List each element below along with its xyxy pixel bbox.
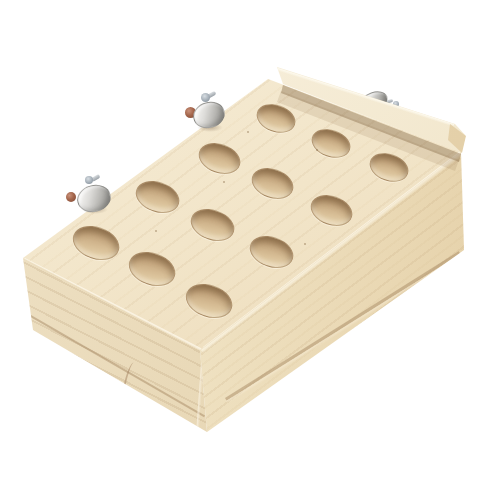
clamp-left-upper-screw-pin xyxy=(206,91,216,99)
wood-speck-3 xyxy=(223,181,225,183)
product-photo-stage xyxy=(0,0,500,500)
clamp-left-upper-screw-head xyxy=(201,93,210,102)
wood-speck-4 xyxy=(304,243,306,245)
clamp-left-lower-screw-pin xyxy=(90,174,100,182)
clamp-left-upper-wing-knob xyxy=(185,107,196,118)
wood-speck-1 xyxy=(247,131,249,133)
wood-speck-2 xyxy=(316,149,318,151)
clamp-left-lower-wing-knob xyxy=(66,192,76,202)
wood-speck-6 xyxy=(155,230,157,232)
clamp-left-lower-screw-head xyxy=(85,176,93,184)
